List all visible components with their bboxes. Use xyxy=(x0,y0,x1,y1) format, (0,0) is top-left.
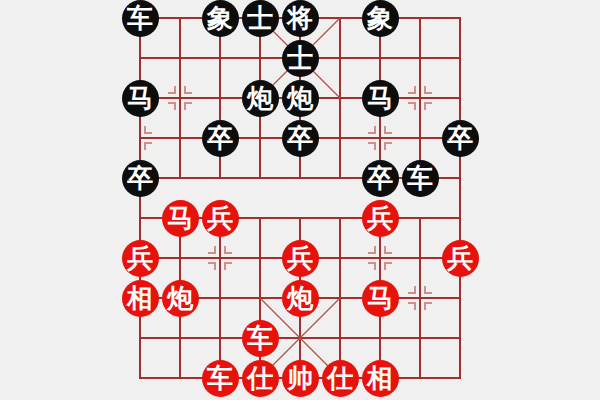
piece-layer: 车象士将象士马炮炮马卒卒卒卒卒车马兵兵兵兵兵相炮炮马车车仕帅仕相 xyxy=(120,0,480,398)
black-horse[interactable]: 马 xyxy=(122,80,159,117)
black-soldier[interactable]: 卒 xyxy=(362,160,399,197)
red-advisor[interactable]: 仕 xyxy=(322,360,359,397)
red-rook[interactable]: 车 xyxy=(202,360,239,397)
black-advisor[interactable]: 士 xyxy=(282,40,319,77)
red-elephant[interactable]: 相 xyxy=(122,280,159,317)
red-horse[interactable]: 马 xyxy=(162,200,199,237)
black-general[interactable]: 将 xyxy=(282,0,319,37)
red-soldier[interactable]: 兵 xyxy=(282,240,319,277)
black-advisor[interactable]: 士 xyxy=(242,0,279,37)
black-rook[interactable]: 车 xyxy=(402,160,439,197)
black-rook[interactable]: 车 xyxy=(122,0,159,37)
red-rook[interactable]: 车 xyxy=(242,320,279,357)
black-soldier[interactable]: 卒 xyxy=(282,120,319,157)
red-advisor[interactable]: 仕 xyxy=(242,360,279,397)
red-soldier[interactable]: 兵 xyxy=(202,200,239,237)
black-elephant[interactable]: 象 xyxy=(362,0,399,37)
black-cannon[interactable]: 炮 xyxy=(242,80,279,117)
black-elephant[interactable]: 象 xyxy=(202,0,239,37)
red-cannon[interactable]: 炮 xyxy=(162,280,199,317)
red-soldier[interactable]: 兵 xyxy=(122,240,159,277)
red-horse[interactable]: 马 xyxy=(362,280,399,317)
xiangqi-board: 车象士将象士马炮炮马卒卒卒卒卒车马兵兵兵兵兵相炮炮马车车仕帅仕相 xyxy=(0,0,600,400)
black-soldier[interactable]: 卒 xyxy=(202,120,239,157)
red-soldier[interactable]: 兵 xyxy=(442,240,479,277)
black-horse[interactable]: 马 xyxy=(362,80,399,117)
red-general[interactable]: 帅 xyxy=(282,360,319,397)
black-cannon[interactable]: 炮 xyxy=(282,80,319,117)
red-cannon[interactable]: 炮 xyxy=(282,280,319,317)
black-soldier[interactable]: 卒 xyxy=(442,120,479,157)
black-soldier[interactable]: 卒 xyxy=(122,160,159,197)
red-soldier[interactable]: 兵 xyxy=(362,200,399,237)
red-elephant[interactable]: 相 xyxy=(362,360,399,397)
